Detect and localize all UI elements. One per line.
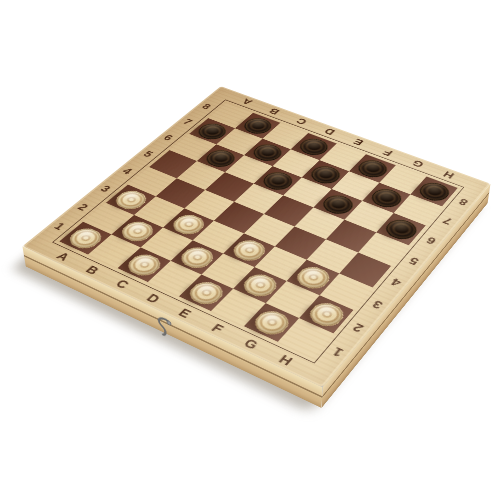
clasp-hook [159, 316, 169, 337]
chessboard-box: AABBCCDDEEFFGGHH1122334455667788 ⛂⛂⛂⛂⛂⛂⛂… [22, 86, 490, 387]
photo-background: AABBCCDDEEFFGGHH1122334455667788 ⛂⛂⛂⛂⛂⛂⛂… [0, 0, 500, 500]
board-top-surface: AABBCCDDEEFFGGHH1122334455667788 ⛂⛂⛂⛂⛂⛂⛂… [22, 86, 490, 387]
scene: AABBCCDDEEFFGGHH1122334455667788 ⛂⛂⛂⛂⛂⛂⛂… [0, 0, 500, 500]
